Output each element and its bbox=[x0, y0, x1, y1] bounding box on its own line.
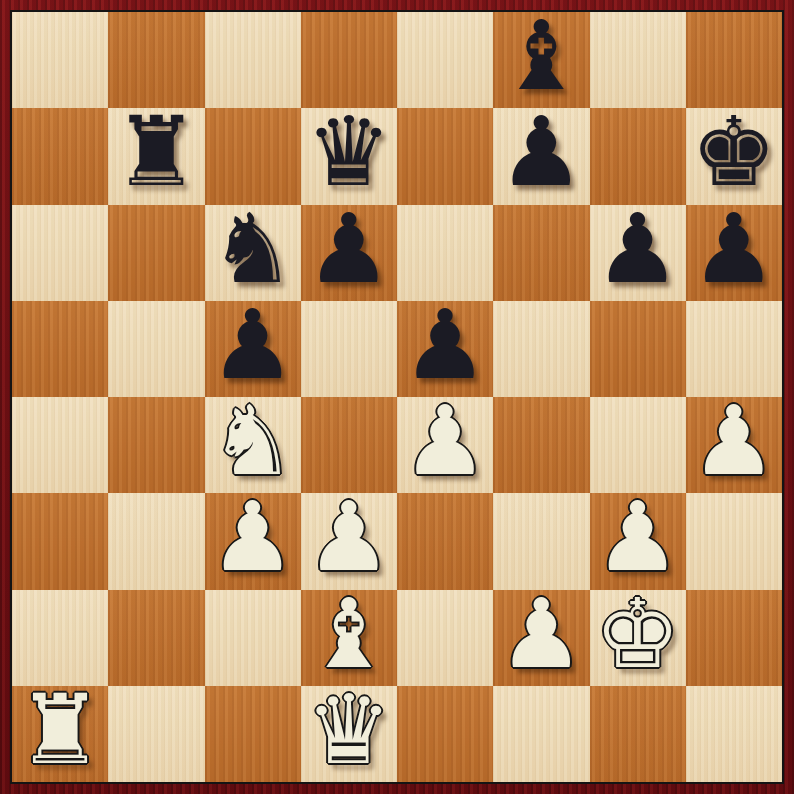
square-e6[interactable] bbox=[397, 205, 493, 301]
white-pawn: ♟ bbox=[306, 489, 392, 585]
square-d7[interactable]: ♛ bbox=[301, 108, 397, 204]
square-a3[interactable] bbox=[12, 493, 108, 589]
white-pawn: ♟ bbox=[691, 393, 777, 489]
square-c4[interactable]: ♞ bbox=[205, 397, 301, 493]
square-h6[interactable]: ♟ bbox=[686, 205, 782, 301]
square-d2[interactable]: ♝ bbox=[301, 590, 397, 686]
square-e8[interactable] bbox=[397, 12, 493, 108]
square-g4[interactable] bbox=[590, 397, 686, 493]
square-f1[interactable] bbox=[493, 686, 589, 782]
black-bishop: ♝ bbox=[498, 8, 584, 104]
square-g5[interactable] bbox=[590, 301, 686, 397]
square-d5[interactable] bbox=[301, 301, 397, 397]
square-e4[interactable]: ♟ bbox=[397, 397, 493, 493]
black-queen: ♛ bbox=[306, 104, 392, 200]
square-h3[interactable] bbox=[686, 493, 782, 589]
square-e3[interactable] bbox=[397, 493, 493, 589]
white-king: ♚ bbox=[595, 586, 681, 682]
square-h1[interactable] bbox=[686, 686, 782, 782]
square-f2[interactable]: ♟ bbox=[493, 590, 589, 686]
black-pawn: ♟ bbox=[691, 201, 777, 297]
square-f8[interactable]: ♝ bbox=[493, 12, 589, 108]
square-f5[interactable] bbox=[493, 301, 589, 397]
black-pawn: ♟ bbox=[210, 297, 296, 393]
square-f3[interactable] bbox=[493, 493, 589, 589]
black-rook: ♜ bbox=[113, 104, 199, 200]
square-b2[interactable] bbox=[108, 590, 204, 686]
square-e1[interactable] bbox=[397, 686, 493, 782]
square-h5[interactable] bbox=[686, 301, 782, 397]
black-pawn: ♟ bbox=[402, 297, 488, 393]
square-d3[interactable]: ♟ bbox=[301, 493, 397, 589]
square-c3[interactable]: ♟ bbox=[205, 493, 301, 589]
white-queen: ♛ bbox=[306, 682, 392, 778]
square-b1[interactable] bbox=[108, 686, 204, 782]
square-e5[interactable]: ♟ bbox=[397, 301, 493, 397]
black-knight: ♞ bbox=[210, 201, 296, 297]
black-pawn: ♟ bbox=[595, 201, 681, 297]
board-frame: ♝♜♛♟♚♞♟♟♟♟♟♞♟♟♟♟♟♝♟♚♜♛ bbox=[0, 0, 794, 794]
square-b4[interactable] bbox=[108, 397, 204, 493]
chess-board: ♝♜♛♟♚♞♟♟♟♟♟♞♟♟♟♟♟♝♟♚♜♛ bbox=[10, 10, 784, 784]
square-b3[interactable] bbox=[108, 493, 204, 589]
black-pawn: ♟ bbox=[498, 104, 584, 200]
square-d8[interactable] bbox=[301, 12, 397, 108]
square-a4[interactable] bbox=[12, 397, 108, 493]
square-f7[interactable]: ♟ bbox=[493, 108, 589, 204]
square-c5[interactable]: ♟ bbox=[205, 301, 301, 397]
square-b8[interactable] bbox=[108, 12, 204, 108]
black-pawn: ♟ bbox=[306, 201, 392, 297]
square-e2[interactable] bbox=[397, 590, 493, 686]
white-pawn: ♟ bbox=[498, 586, 584, 682]
square-d6[interactable]: ♟ bbox=[301, 205, 397, 301]
square-g2[interactable]: ♚ bbox=[590, 590, 686, 686]
white-pawn: ♟ bbox=[402, 393, 488, 489]
square-g6[interactable]: ♟ bbox=[590, 205, 686, 301]
square-c1[interactable] bbox=[205, 686, 301, 782]
square-c7[interactable] bbox=[205, 108, 301, 204]
square-e7[interactable] bbox=[397, 108, 493, 204]
square-g8[interactable] bbox=[590, 12, 686, 108]
white-rook: ♜ bbox=[17, 682, 103, 778]
square-g7[interactable] bbox=[590, 108, 686, 204]
square-c6[interactable]: ♞ bbox=[205, 205, 301, 301]
white-bishop: ♝ bbox=[306, 586, 392, 682]
square-h7[interactable]: ♚ bbox=[686, 108, 782, 204]
square-f4[interactable] bbox=[493, 397, 589, 493]
square-b6[interactable] bbox=[108, 205, 204, 301]
square-g3[interactable]: ♟ bbox=[590, 493, 686, 589]
square-a2[interactable] bbox=[12, 590, 108, 686]
square-a1[interactable]: ♜ bbox=[12, 686, 108, 782]
square-a5[interactable] bbox=[12, 301, 108, 397]
white-pawn: ♟ bbox=[595, 489, 681, 585]
square-c2[interactable] bbox=[205, 590, 301, 686]
white-knight: ♞ bbox=[210, 393, 296, 489]
square-h2[interactable] bbox=[686, 590, 782, 686]
white-pawn: ♟ bbox=[210, 489, 296, 585]
square-a7[interactable] bbox=[12, 108, 108, 204]
square-b7[interactable]: ♜ bbox=[108, 108, 204, 204]
square-b5[interactable] bbox=[108, 301, 204, 397]
square-h4[interactable]: ♟ bbox=[686, 397, 782, 493]
square-a8[interactable] bbox=[12, 12, 108, 108]
black-king: ♚ bbox=[691, 104, 777, 200]
square-h8[interactable] bbox=[686, 12, 782, 108]
square-f6[interactable] bbox=[493, 205, 589, 301]
square-d4[interactable] bbox=[301, 397, 397, 493]
square-c8[interactable] bbox=[205, 12, 301, 108]
square-g1[interactable] bbox=[590, 686, 686, 782]
square-a6[interactable] bbox=[12, 205, 108, 301]
square-d1[interactable]: ♛ bbox=[301, 686, 397, 782]
